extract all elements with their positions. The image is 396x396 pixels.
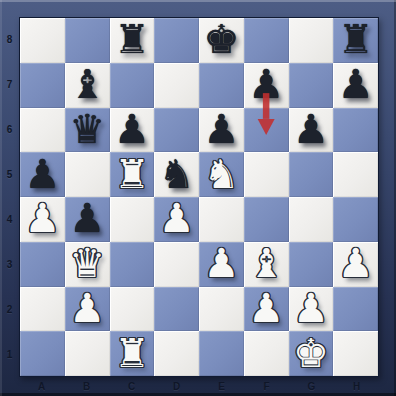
square-a8[interactable] — [20, 18, 65, 63]
chess-board: ♜♚♜♝♟♟♛♟♟♟♟♜♞♞♟♟♟♛♟♝♟♟♟♟♜♚ — [19, 17, 379, 377]
piece-black-pawn[interactable]: ♟ — [293, 109, 329, 149]
square-f8[interactable] — [244, 18, 289, 63]
square-a1[interactable] — [20, 331, 65, 376]
square-d6[interactable] — [154, 108, 199, 153]
piece-black-pawn[interactable]: ♟ — [114, 109, 150, 149]
square-a7[interactable] — [20, 63, 65, 108]
square-g4[interactable] — [289, 197, 334, 242]
square-g1[interactable]: ♚ — [289, 331, 334, 376]
rank-label-8: 8 — [0, 17, 19, 62]
square-h6[interactable] — [333, 108, 378, 153]
piece-white-pawn[interactable]: ♟ — [248, 288, 284, 328]
piece-white-rook[interactable]: ♜ — [114, 333, 150, 373]
square-h5[interactable] — [333, 152, 378, 197]
piece-white-pawn[interactable]: ♟ — [159, 198, 195, 238]
rank-label-5: 5 — [0, 152, 19, 197]
square-e8[interactable]: ♚ — [199, 18, 244, 63]
square-h7[interactable]: ♟ — [333, 63, 378, 108]
square-d1[interactable] — [154, 331, 199, 376]
square-h2[interactable] — [333, 287, 378, 332]
square-a4[interactable]: ♟ — [20, 197, 65, 242]
square-h3[interactable]: ♟ — [333, 242, 378, 287]
square-f5[interactable] — [244, 152, 289, 197]
square-f1[interactable] — [244, 331, 289, 376]
square-g2[interactable]: ♟ — [289, 287, 334, 332]
rank-label-1: 1 — [0, 332, 19, 377]
square-f2[interactable]: ♟ — [244, 287, 289, 332]
piece-black-bishop[interactable]: ♝ — [69, 64, 105, 104]
square-e6[interactable]: ♟ — [199, 108, 244, 153]
square-f4[interactable] — [244, 197, 289, 242]
square-g7[interactable] — [289, 63, 334, 108]
square-e5[interactable]: ♞ — [199, 152, 244, 197]
square-a6[interactable] — [20, 108, 65, 153]
piece-white-pawn[interactable]: ♟ — [338, 243, 374, 283]
piece-white-bishop[interactable]: ♝ — [248, 243, 284, 283]
square-c5[interactable]: ♜ — [110, 152, 155, 197]
file-label-b: B — [64, 377, 109, 396]
rank-label-3: 3 — [0, 242, 19, 287]
square-b4[interactable]: ♟ — [65, 197, 110, 242]
square-c4[interactable] — [110, 197, 155, 242]
square-h8[interactable]: ♜ — [333, 18, 378, 63]
file-label-d: D — [154, 377, 199, 396]
rank-label-6: 6 — [0, 107, 19, 152]
file-label-g: G — [289, 377, 334, 396]
square-b2[interactable]: ♟ — [65, 287, 110, 332]
piece-black-queen[interactable]: ♛ — [69, 109, 105, 149]
square-b3[interactable]: ♛ — [65, 242, 110, 287]
square-a3[interactable] — [20, 242, 65, 287]
square-e1[interactable] — [199, 331, 244, 376]
piece-white-pawn[interactable]: ♟ — [69, 288, 105, 328]
piece-white-pawn[interactable]: ♟ — [203, 243, 239, 283]
piece-black-pawn[interactable]: ♟ — [69, 198, 105, 238]
piece-black-rook[interactable]: ♜ — [114, 19, 150, 59]
piece-black-pawn[interactable]: ♟ — [24, 154, 60, 194]
piece-black-knight[interactable]: ♞ — [159, 154, 195, 194]
piece-white-pawn[interactable]: ♟ — [24, 198, 60, 238]
square-d3[interactable] — [154, 242, 199, 287]
square-h1[interactable] — [333, 331, 378, 376]
rank-labels: 8 7 6 5 4 3 2 1 — [0, 17, 19, 377]
piece-black-pawn[interactable]: ♟ — [338, 64, 374, 104]
square-c6[interactable]: ♟ — [110, 108, 155, 153]
square-d4[interactable]: ♟ — [154, 197, 199, 242]
square-c2[interactable] — [110, 287, 155, 332]
square-d2[interactable] — [154, 287, 199, 332]
rank-label-2: 2 — [0, 287, 19, 332]
square-a5[interactable]: ♟ — [20, 152, 65, 197]
file-label-c: C — [109, 377, 154, 396]
square-b6[interactable]: ♛ — [65, 108, 110, 153]
board-frame: 8 7 6 5 4 3 2 1 ♜♚♜♝♟♟♛♟♟♟♟♜♞♞♟♟♟♛♟♝♟♟♟♟… — [0, 0, 396, 396]
square-e4[interactable] — [199, 197, 244, 242]
file-label-h: H — [334, 377, 379, 396]
piece-white-king[interactable]: ♚ — [293, 333, 329, 373]
file-label-e: E — [199, 377, 244, 396]
piece-black-king[interactable]: ♚ — [203, 19, 239, 59]
square-g6[interactable]: ♟ — [289, 108, 334, 153]
square-h4[interactable] — [333, 197, 378, 242]
piece-black-pawn[interactable]: ♟ — [248, 64, 284, 104]
file-labels: A B C D E F G H — [19, 377, 379, 396]
piece-white-rook[interactable]: ♜ — [114, 154, 150, 194]
rank-label-7: 7 — [0, 62, 19, 107]
square-d8[interactable] — [154, 18, 199, 63]
square-g5[interactable] — [289, 152, 334, 197]
square-e3[interactable]: ♟ — [199, 242, 244, 287]
square-c7[interactable] — [110, 63, 155, 108]
piece-white-pawn[interactable]: ♟ — [293, 288, 329, 328]
square-c1[interactable]: ♜ — [110, 331, 155, 376]
rank-label-4: 4 — [0, 197, 19, 242]
square-d5[interactable]: ♞ — [154, 152, 199, 197]
square-d7[interactable] — [154, 63, 199, 108]
square-b5[interactable] — [65, 152, 110, 197]
square-b1[interactable] — [65, 331, 110, 376]
square-f3[interactable]: ♝ — [244, 242, 289, 287]
square-c8[interactable]: ♜ — [110, 18, 155, 63]
square-e2[interactable] — [199, 287, 244, 332]
square-f7[interactable]: ♟ — [244, 63, 289, 108]
piece-black-pawn[interactable]: ♟ — [203, 109, 239, 149]
file-label-f: F — [244, 377, 289, 396]
square-b7[interactable]: ♝ — [65, 63, 110, 108]
square-c3[interactable] — [110, 242, 155, 287]
file-label-a: A — [19, 377, 64, 396]
square-e7[interactable] — [199, 63, 244, 108]
square-f6[interactable] — [244, 108, 289, 153]
square-g3[interactable] — [289, 242, 334, 287]
piece-black-rook[interactable]: ♜ — [338, 19, 374, 59]
square-a2[interactable] — [20, 287, 65, 332]
piece-white-queen[interactable]: ♛ — [69, 243, 105, 283]
square-g8[interactable] — [289, 18, 334, 63]
piece-white-knight[interactable]: ♞ — [203, 154, 239, 194]
square-b8[interactable] — [65, 18, 110, 63]
